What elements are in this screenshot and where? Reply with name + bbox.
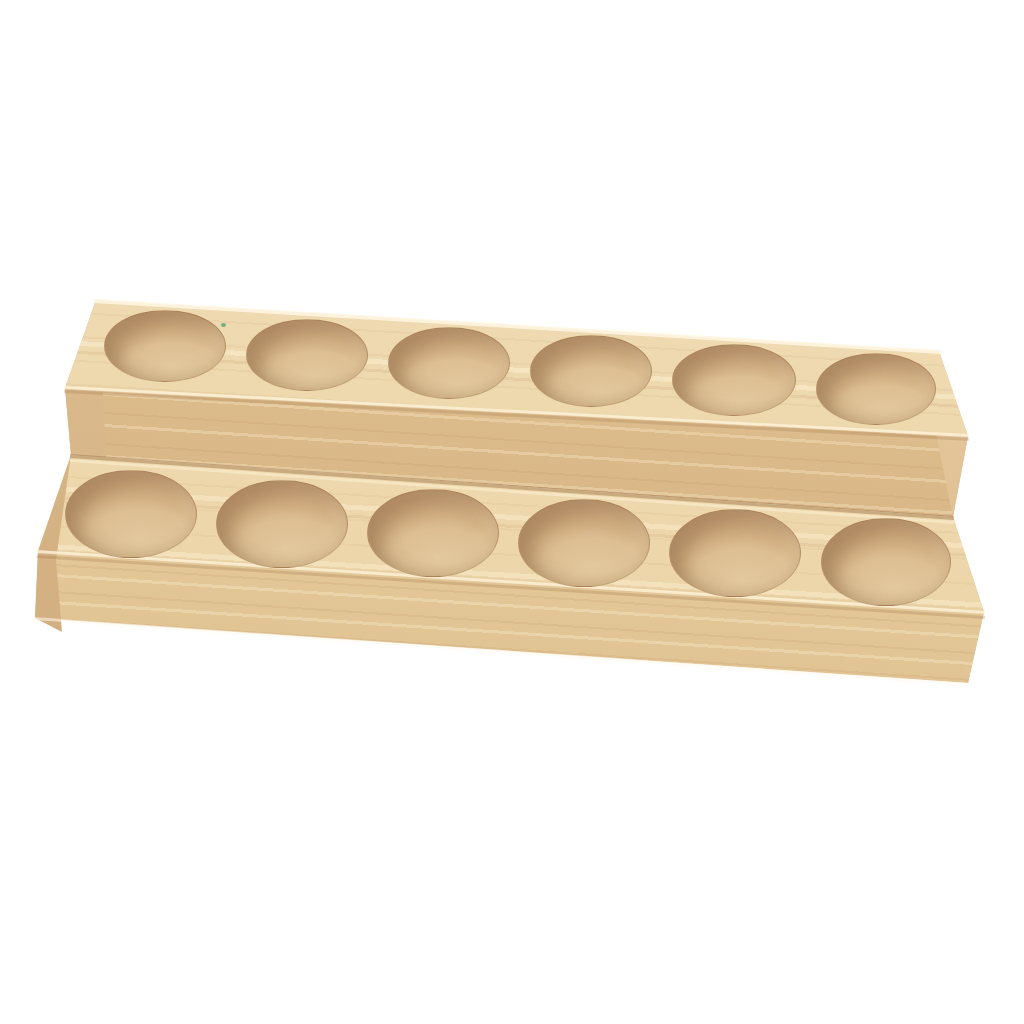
paint-fleck [221,323,226,327]
pit-back-2[interactable] [246,319,368,391]
pit-back-1[interactable] [104,310,226,382]
pit-front-3[interactable] [367,489,499,577]
pit-front-2[interactable] [216,480,348,568]
pit-front-4[interactable] [518,499,650,587]
pit-front-5[interactable] [669,509,801,597]
pit-front-1[interactable] [65,470,197,558]
pit-back-4[interactable] [530,335,652,407]
board-photo-stage [0,0,1024,1024]
pit-front-6[interactable] [821,518,951,606]
pit-back-5[interactable] [672,344,796,416]
pit-back-3[interactable] [388,327,510,399]
pit-back-6[interactable] [816,353,936,425]
